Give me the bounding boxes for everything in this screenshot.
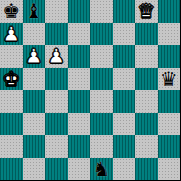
- piece-black-king[interactable]: ♚: [2, 0, 20, 23]
- square-a5[interactable]: ♚: [0, 68, 23, 91]
- square-g6[interactable]: [135, 45, 158, 68]
- square-h2[interactable]: [158, 135, 181, 158]
- square-b8[interactable]: ♝: [23, 0, 46, 23]
- square-g7[interactable]: [135, 23, 158, 46]
- square-f7[interactable]: [113, 23, 136, 46]
- square-e3[interactable]: [90, 113, 113, 136]
- square-e6[interactable]: [90, 45, 113, 68]
- square-a1[interactable]: [0, 158, 23, 181]
- piece-white-pawn[interactable]: ♟: [47, 45, 65, 68]
- square-h7[interactable]: [158, 23, 181, 46]
- square-g2[interactable]: [135, 135, 158, 158]
- square-f1[interactable]: [113, 158, 136, 181]
- square-b6[interactable]: ♟: [23, 45, 46, 68]
- piece-black-bishop[interactable]: ♝: [25, 0, 43, 23]
- square-a7[interactable]: ♟: [0, 23, 23, 46]
- square-a8[interactable]: ♚: [0, 0, 23, 23]
- square-f4[interactable]: [113, 90, 136, 113]
- square-b5[interactable]: [23, 68, 46, 91]
- square-c4[interactable]: [45, 90, 68, 113]
- square-d7[interactable]: [68, 23, 91, 46]
- square-c7[interactable]: [45, 23, 68, 46]
- square-b3[interactable]: [23, 113, 46, 136]
- square-g4[interactable]: [135, 90, 158, 113]
- square-f3[interactable]: [113, 113, 136, 136]
- square-f8[interactable]: [113, 0, 136, 23]
- square-g3[interactable]: [135, 113, 158, 136]
- square-h3[interactable]: [158, 113, 181, 136]
- square-d4[interactable]: [68, 90, 91, 113]
- piece-black-knight[interactable]: ♞: [92, 158, 110, 181]
- square-h6[interactable]: [158, 45, 181, 68]
- square-e2[interactable]: [90, 135, 113, 158]
- square-a4[interactable]: [0, 90, 23, 113]
- square-e7[interactable]: [90, 23, 113, 46]
- chess-board: ♚♝♛♟♟♟♚♛♞: [0, 0, 180, 180]
- square-c3[interactable]: [45, 113, 68, 136]
- square-e5[interactable]: [90, 68, 113, 91]
- square-c8[interactable]: [45, 0, 68, 23]
- square-a6[interactable]: [0, 45, 23, 68]
- square-d6[interactable]: [68, 45, 91, 68]
- square-h8[interactable]: [158, 0, 181, 23]
- square-g8[interactable]: ♛: [135, 0, 158, 23]
- square-d3[interactable]: [68, 113, 91, 136]
- square-c2[interactable]: [45, 135, 68, 158]
- square-h4[interactable]: [158, 90, 181, 113]
- square-f2[interactable]: [113, 135, 136, 158]
- square-g5[interactable]: [135, 68, 158, 91]
- piece-white-king[interactable]: ♚: [2, 68, 20, 91]
- square-a3[interactable]: [0, 113, 23, 136]
- square-b2[interactable]: [23, 135, 46, 158]
- square-d1[interactable]: [68, 158, 91, 181]
- square-h5[interactable]: ♛: [158, 68, 181, 91]
- square-e4[interactable]: [90, 90, 113, 113]
- square-b4[interactable]: [23, 90, 46, 113]
- square-d5[interactable]: [68, 68, 91, 91]
- square-h1[interactable]: [158, 158, 181, 181]
- square-a2[interactable]: [0, 135, 23, 158]
- square-c5[interactable]: [45, 68, 68, 91]
- square-c1[interactable]: [45, 158, 68, 181]
- square-b7[interactable]: [23, 23, 46, 46]
- square-f5[interactable]: [113, 68, 136, 91]
- square-d8[interactable]: [68, 0, 91, 23]
- square-b1[interactable]: [23, 158, 46, 181]
- square-f6[interactable]: [113, 45, 136, 68]
- square-c6[interactable]: ♟: [45, 45, 68, 68]
- square-g1[interactable]: [135, 158, 158, 181]
- piece-white-pawn[interactable]: ♟: [25, 45, 43, 68]
- square-e8[interactable]: [90, 0, 113, 23]
- square-e1[interactable]: ♞: [90, 158, 113, 181]
- piece-black-queen[interactable]: ♛: [160, 68, 178, 91]
- piece-white-queen[interactable]: ♛: [137, 0, 155, 23]
- square-d2[interactable]: [68, 135, 91, 158]
- piece-white-pawn[interactable]: ♟: [2, 23, 20, 46]
